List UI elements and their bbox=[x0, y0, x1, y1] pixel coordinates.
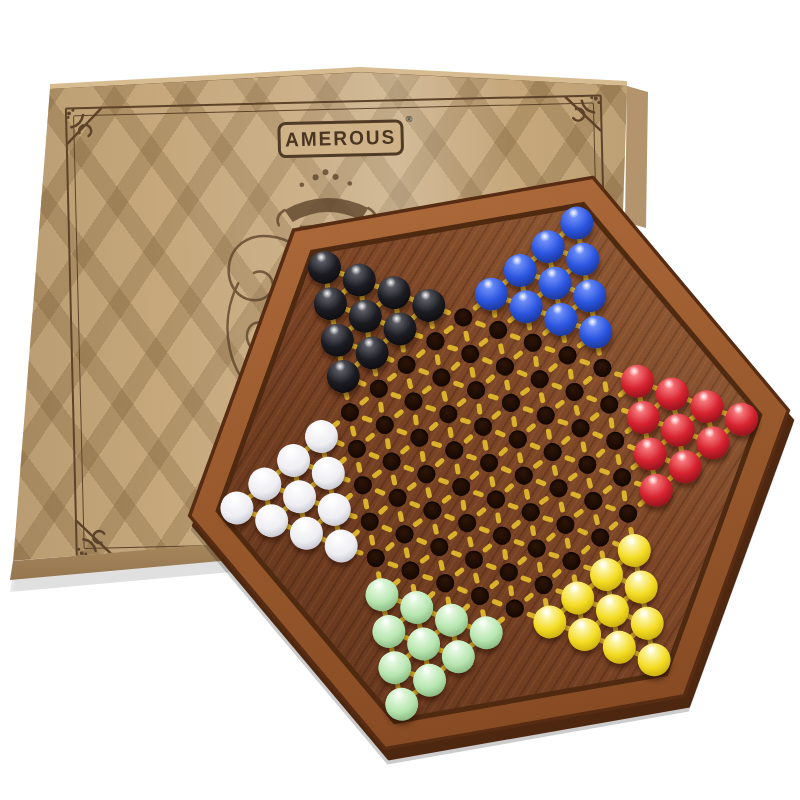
star-path-dash bbox=[447, 530, 459, 541]
board-hole[interactable] bbox=[351, 474, 374, 497]
star-path-dash bbox=[532, 458, 544, 469]
star-path-dash bbox=[457, 585, 469, 594]
product-photo: { "game": "Chinese Checkers", "brand": {… bbox=[0, 0, 800, 800]
board-hole[interactable] bbox=[569, 417, 592, 440]
star-path-dash bbox=[402, 463, 414, 472]
board-hole[interactable] bbox=[597, 393, 620, 416]
star-path-dash bbox=[397, 510, 404, 522]
star-path-dash bbox=[478, 525, 490, 533]
star-path-dash bbox=[384, 541, 395, 552]
star-path-dash bbox=[552, 464, 559, 476]
star-path-dash bbox=[356, 461, 363, 473]
star-path-dash bbox=[415, 536, 427, 545]
star-path-dash bbox=[393, 408, 405, 419]
star-path-dash bbox=[586, 477, 593, 489]
star-path-dash bbox=[517, 452, 524, 464]
star-path-dash bbox=[409, 500, 421, 509]
board-hole[interactable] bbox=[358, 510, 381, 533]
star-path-dash bbox=[488, 579, 500, 590]
star-path-dash bbox=[419, 450, 425, 462]
star-path-dash bbox=[529, 441, 541, 450]
star-path-dash bbox=[469, 366, 476, 378]
board-hole[interactable] bbox=[443, 439, 466, 462]
board-hole[interactable] bbox=[386, 486, 409, 509]
board-hole[interactable] bbox=[434, 572, 457, 595]
star-path-dash bbox=[431, 440, 443, 448]
star-path-dash bbox=[567, 471, 579, 482]
star-path-dash bbox=[568, 368, 574, 380]
star-path-dash bbox=[358, 395, 370, 406]
star-path-dash bbox=[523, 591, 535, 602]
star-path-dash bbox=[444, 513, 456, 522]
board-hole[interactable] bbox=[534, 404, 557, 427]
star-path-dash bbox=[361, 414, 373, 422]
star-path-dash bbox=[538, 495, 550, 506]
star-path-dash bbox=[396, 427, 408, 435]
star-path-dash bbox=[542, 514, 554, 522]
board-hole[interactable] bbox=[541, 440, 564, 463]
star-path-dash bbox=[537, 561, 543, 573]
star-path-dash bbox=[434, 457, 446, 468]
board-hole[interactable] bbox=[497, 561, 520, 584]
star-path-dash bbox=[573, 507, 585, 518]
star-path-dash bbox=[495, 512, 501, 524]
board-hole[interactable] bbox=[380, 450, 403, 473]
star-path-dash bbox=[478, 337, 490, 348]
board-hole[interactable] bbox=[484, 488, 507, 511]
star-path-dash bbox=[589, 411, 601, 422]
star-path-dash bbox=[415, 348, 427, 359]
star-path-dash bbox=[441, 493, 453, 504]
star-path-dash bbox=[349, 425, 356, 437]
star-path-dash bbox=[435, 354, 442, 366]
board-hole[interactable] bbox=[392, 523, 415, 546]
star-path-dash bbox=[482, 439, 489, 451]
star-path-dash bbox=[482, 542, 494, 553]
board-hole[interactable] bbox=[610, 466, 633, 489]
star-path-dash bbox=[378, 401, 384, 413]
star-path-dash bbox=[504, 482, 515, 493]
board-hole[interactable] bbox=[414, 463, 437, 486]
marble-yellow[interactable] bbox=[633, 638, 675, 680]
board-hole[interactable] bbox=[423, 330, 446, 353]
star-path-dash bbox=[522, 405, 534, 413]
star-path-dash bbox=[494, 428, 506, 437]
star-path-dash bbox=[390, 391, 402, 399]
board-hole[interactable] bbox=[471, 415, 494, 438]
star-path-dash bbox=[554, 398, 566, 409]
star-path-dash bbox=[428, 420, 440, 431]
star-path-dash bbox=[371, 468, 383, 479]
marble-black[interactable] bbox=[303, 246, 345, 288]
board-hole[interactable] bbox=[490, 524, 513, 547]
star-path-dash bbox=[363, 498, 370, 510]
star-path-dash bbox=[595, 447, 606, 458]
star-path-dash bbox=[598, 467, 610, 475]
board-hole[interactable] bbox=[449, 475, 472, 498]
board-hole[interactable] bbox=[345, 437, 368, 460]
star-path-dash bbox=[517, 555, 529, 566]
board-hole[interactable] bbox=[532, 573, 555, 596]
board-hole[interactable] bbox=[462, 548, 485, 571]
star-path-dash bbox=[454, 463, 461, 475]
star-path-dash bbox=[533, 355, 539, 367]
board-hole[interactable] bbox=[401, 390, 424, 413]
board-hole[interactable] bbox=[493, 355, 516, 378]
star-path-dash bbox=[476, 403, 482, 415]
star-path-dash bbox=[491, 409, 503, 420]
board-hole[interactable] bbox=[617, 502, 640, 525]
star-path-dash bbox=[387, 371, 399, 382]
board-hole[interactable] bbox=[465, 379, 488, 402]
star-path-dash bbox=[615, 453, 622, 465]
star-path-dash bbox=[565, 537, 572, 549]
star-path-dash bbox=[513, 349, 525, 360]
board-hole[interactable] bbox=[468, 584, 491, 607]
board-hole[interactable] bbox=[604, 429, 627, 452]
board-hole[interactable] bbox=[525, 537, 548, 560]
star-path-dash bbox=[513, 538, 525, 546]
star-path-dash bbox=[381, 523, 393, 532]
star-path-dash bbox=[504, 379, 511, 391]
star-path-dash bbox=[406, 481, 418, 492]
star-path-dash bbox=[519, 386, 531, 397]
star-path-dash bbox=[535, 478, 547, 487]
board-hole[interactable] bbox=[395, 353, 418, 376]
star-path-dash bbox=[446, 343, 458, 351]
star-path-dash bbox=[469, 469, 481, 480]
board-hole[interactable] bbox=[575, 453, 598, 476]
star-path-dash bbox=[622, 490, 628, 502]
star-path-dash bbox=[369, 534, 376, 546]
star-path-dash bbox=[502, 548, 508, 560]
board-hole[interactable] bbox=[427, 535, 450, 558]
star-path-dash bbox=[459, 416, 471, 424]
star-path-dash bbox=[443, 324, 455, 335]
star-path-dash bbox=[582, 374, 594, 385]
star-path-dash bbox=[425, 486, 432, 498]
board-hole[interactable] bbox=[503, 597, 526, 620]
star-path-dash bbox=[424, 404, 436, 412]
star-path-dash bbox=[432, 523, 439, 535]
board-hole[interactable] bbox=[547, 477, 570, 500]
board-hole[interactable] bbox=[521, 331, 544, 354]
star-path-dash bbox=[602, 484, 614, 495]
star-path-dash bbox=[593, 513, 600, 525]
star-path-dash bbox=[472, 489, 484, 497]
star-path-dash bbox=[546, 428, 553, 440]
board-hole[interactable] bbox=[556, 344, 579, 367]
star-path-dash bbox=[530, 524, 537, 536]
star-path-dash bbox=[404, 547, 411, 559]
star-path-dash bbox=[438, 559, 445, 571]
board-hole[interactable] bbox=[338, 401, 361, 424]
star-path-dash bbox=[437, 476, 449, 484]
star-path-dash bbox=[509, 332, 521, 340]
star-path-dash bbox=[592, 430, 604, 439]
board-hole[interactable] bbox=[456, 512, 479, 535]
star-path-dash bbox=[475, 319, 487, 328]
board-hole[interactable] bbox=[486, 319, 509, 342]
star-path-dash bbox=[608, 520, 620, 531]
star-path-dash bbox=[485, 562, 497, 570]
board-hole[interactable] bbox=[591, 356, 614, 379]
board-hole[interactable] bbox=[452, 306, 475, 329]
board-hole[interactable] bbox=[562, 380, 585, 403]
star-path-dash bbox=[387, 560, 399, 568]
star-path-dash bbox=[463, 433, 475, 444]
board-hole[interactable] bbox=[588, 526, 611, 549]
board-hole[interactable] bbox=[499, 391, 522, 414]
star-path-dash bbox=[421, 384, 433, 395]
star-path-dash bbox=[419, 553, 431, 564]
board-hole[interactable] bbox=[477, 451, 500, 474]
star-path-dash bbox=[481, 356, 493, 365]
board-hole[interactable] bbox=[408, 426, 431, 449]
star-path-dash bbox=[551, 567, 563, 578]
star-path-dash bbox=[385, 437, 391, 449]
star-path-dash bbox=[441, 390, 448, 402]
star-path-dash bbox=[580, 544, 591, 555]
star-path-dash bbox=[412, 517, 424, 528]
star-path-dash bbox=[406, 377, 413, 389]
star-path-dash bbox=[491, 598, 503, 607]
star-path-dash bbox=[561, 435, 573, 446]
star-path-dash bbox=[456, 397, 468, 408]
board-hole[interactable] bbox=[436, 402, 459, 425]
corner-flourish-icon bbox=[63, 105, 106, 148]
star-path-dash bbox=[579, 358, 591, 366]
star-path-dash bbox=[557, 418, 569, 426]
star-path-dash bbox=[463, 330, 470, 342]
star-path-dash bbox=[418, 367, 430, 376]
star-path-dash bbox=[511, 415, 517, 427]
star-path-dash bbox=[467, 535, 474, 547]
star-path-dash bbox=[489, 475, 496, 487]
star-path-dash bbox=[548, 362, 560, 373]
star-path-dash bbox=[487, 392, 499, 400]
star-path-dash bbox=[475, 506, 487, 517]
star-path-dash bbox=[544, 345, 556, 353]
board-hole[interactable] bbox=[553, 513, 576, 536]
star-path-dash bbox=[450, 360, 462, 371]
star-path-dash bbox=[605, 503, 617, 511]
star-path-dash bbox=[422, 573, 434, 581]
star-path-dash bbox=[576, 527, 588, 536]
board-hole[interactable] bbox=[458, 342, 481, 365]
star-path-dash bbox=[368, 451, 380, 460]
star-path-dash bbox=[450, 549, 462, 558]
star-path-dash bbox=[580, 441, 587, 453]
star-path-dash bbox=[399, 444, 411, 455]
board-hole[interactable] bbox=[373, 414, 396, 437]
star-path-dash bbox=[453, 380, 465, 388]
star-path-dash bbox=[545, 531, 557, 542]
star-path-dash bbox=[374, 487, 386, 496]
star-path-dash bbox=[585, 394, 597, 402]
corner-flourish-icon bbox=[562, 92, 605, 135]
star-path-dash bbox=[563, 454, 575, 463]
star-path-dash bbox=[507, 502, 519, 510]
star-path-dash bbox=[510, 518, 522, 529]
star-path-dash bbox=[516, 368, 528, 377]
star-path-dash bbox=[574, 404, 581, 416]
star-path-dash bbox=[539, 391, 546, 403]
star-path-dash bbox=[497, 446, 508, 457]
star-path-dash bbox=[473, 572, 480, 584]
star-path-dash bbox=[466, 453, 478, 461]
board-hole[interactable] bbox=[519, 501, 542, 524]
board-hole[interactable] bbox=[560, 550, 583, 573]
star-path-dash bbox=[558, 501, 565, 513]
board-hole[interactable] bbox=[528, 368, 551, 391]
star-path-dash bbox=[551, 381, 563, 390]
star-path-dash bbox=[548, 551, 560, 559]
star-path-dash bbox=[523, 488, 530, 500]
board-hole[interactable] bbox=[512, 464, 535, 487]
star-path-dash bbox=[413, 414, 419, 426]
star-path-dash bbox=[378, 504, 389, 515]
board-hole[interactable] bbox=[582, 489, 605, 512]
star-path-dash bbox=[461, 499, 467, 511]
board-hole[interactable] bbox=[399, 559, 422, 582]
star-path-dash bbox=[508, 585, 514, 597]
star-path-dash bbox=[520, 574, 532, 582]
star-path-dash bbox=[365, 432, 377, 443]
star-path-dash bbox=[454, 566, 466, 577]
board-hole[interactable] bbox=[421, 499, 444, 522]
board-hole[interactable] bbox=[367, 377, 390, 400]
star-path-dash bbox=[500, 465, 512, 474]
board-hole[interactable] bbox=[430, 366, 453, 389]
star-path-dash bbox=[448, 426, 455, 438]
star-path-dash bbox=[570, 490, 582, 499]
star-path-dash bbox=[391, 474, 398, 486]
star-path-dash bbox=[526, 422, 538, 433]
board-hole[interactable] bbox=[364, 546, 387, 569]
star-path-dash bbox=[609, 417, 615, 429]
board-hole[interactable] bbox=[506, 428, 529, 451]
star-path-dash bbox=[602, 380, 609, 392]
star-path-dash bbox=[485, 373, 496, 384]
star-path-dash bbox=[498, 342, 505, 354]
